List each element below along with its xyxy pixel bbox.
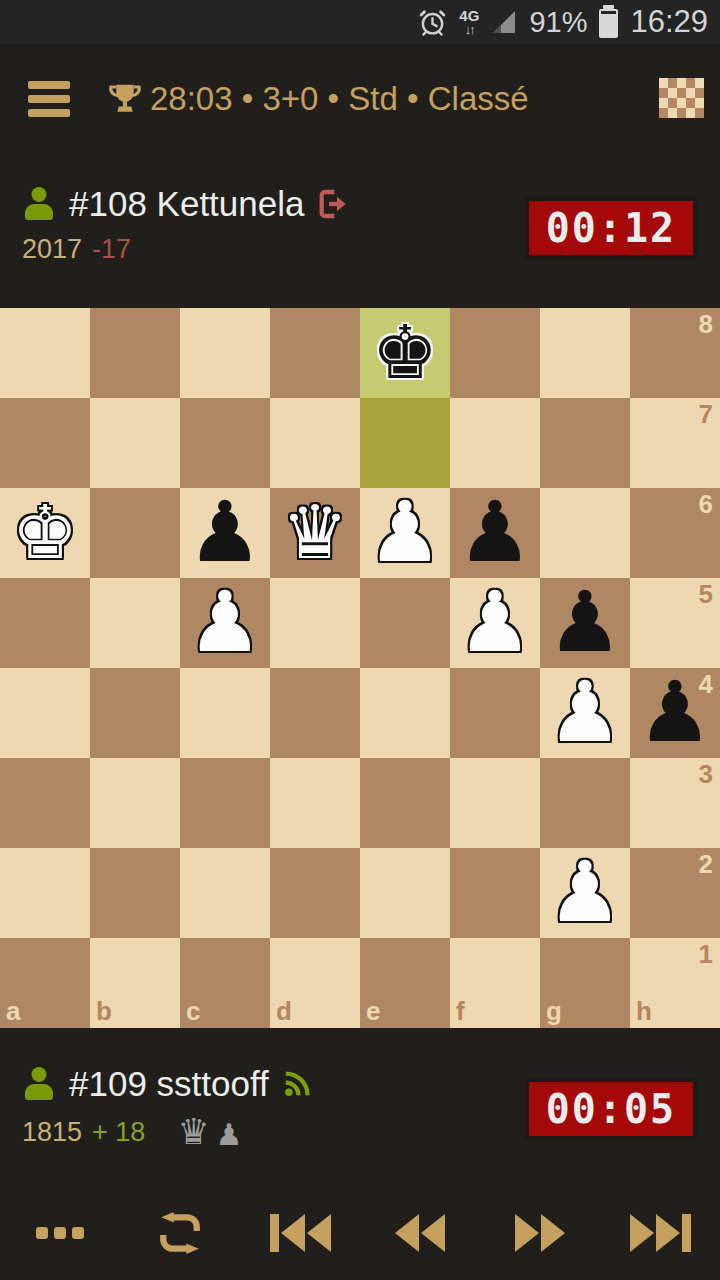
file-label-c: c <box>186 996 200 1027</box>
square-d7[interactable] <box>270 398 360 488</box>
square-b3[interactable] <box>90 758 180 848</box>
piece-black-pawn: ♟ <box>180 488 270 578</box>
file-label-e: e <box>366 996 380 1027</box>
next-move-icon <box>515 1214 539 1252</box>
player-rating-bottom: 1815 <box>22 1117 82 1148</box>
square-e5[interactable] <box>360 578 450 668</box>
flip-board-button[interactable] <box>120 1185 240 1280</box>
previous-move-button[interactable] <box>360 1185 480 1280</box>
square-f4[interactable] <box>450 668 540 758</box>
piece-white-pawn: ♟ <box>540 848 630 938</box>
flip-board-icon <box>157 1212 203 1254</box>
square-c3[interactable] <box>180 758 270 848</box>
app-header: 28:03 • 3+0 • Std • Classé <box>0 44 720 154</box>
square-h3[interactable]: 3 <box>630 758 720 848</box>
square-e8[interactable]: ♚ <box>360 308 450 398</box>
square-b6[interactable] <box>90 488 180 578</box>
square-d8[interactable] <box>270 308 360 398</box>
first-move-button[interactable] <box>240 1185 360 1280</box>
square-f3[interactable] <box>450 758 540 848</box>
battery-icon <box>599 9 618 38</box>
player-avatar-icon <box>22 187 56 221</box>
player-left-icon <box>317 188 349 220</box>
square-g4[interactable]: ♟ <box>540 668 630 758</box>
square-h8[interactable]: 8 <box>630 308 720 398</box>
piece-white-pawn: ♟ <box>180 578 270 668</box>
square-h7[interactable]: 7 <box>630 398 720 488</box>
piece-black-pawn: ♟ <box>450 488 540 578</box>
square-f7[interactable] <box>450 398 540 488</box>
square-a1[interactable]: a <box>0 938 90 1028</box>
square-b7[interactable] <box>90 398 180 488</box>
square-c6[interactable]: ♟ <box>180 488 270 578</box>
first-move-icon <box>270 1214 279 1252</box>
square-a3[interactable] <box>0 758 90 848</box>
square-g6[interactable] <box>540 488 630 578</box>
square-g3[interactable] <box>540 758 630 848</box>
captured-pieces: ♛♟ <box>177 1114 242 1150</box>
square-g7[interactable] <box>540 398 630 488</box>
square-a8[interactable] <box>0 308 90 398</box>
player-clock-bottom: 00:05 <box>525 1078 697 1140</box>
menu-dots-button[interactable] <box>0 1185 120 1280</box>
piece-white-pawn: ♟ <box>360 488 450 578</box>
rating-change-top: -17 <box>92 234 131 265</box>
file-label-h: h <box>636 996 652 1027</box>
square-h6[interactable]: 6 <box>630 488 720 578</box>
piece-black-king: ♚ <box>360 308 450 398</box>
square-a6[interactable]: ♚ <box>0 488 90 578</box>
square-h4[interactable]: ♟4 <box>630 668 720 758</box>
player-clock-top: 00:12 <box>525 197 697 259</box>
square-c5[interactable]: ♟ <box>180 578 270 668</box>
status-bar: 4G ↓↑ 91% 16:29 <box>0 0 720 44</box>
rank-label-5: 5 <box>699 579 713 610</box>
square-c4[interactable] <box>180 668 270 758</box>
file-label-b: b <box>96 996 112 1027</box>
square-d4[interactable] <box>270 668 360 758</box>
last-move-button[interactable] <box>600 1185 720 1280</box>
square-d3[interactable] <box>270 758 360 848</box>
square-b5[interactable] <box>90 578 180 668</box>
rank-label-4: 4 <box>699 669 713 700</box>
mini-board-icon[interactable] <box>659 78 704 118</box>
square-e4[interactable] <box>360 668 450 758</box>
game-info-text: 28:03 • 3+0 • Std • Classé <box>150 80 529 118</box>
square-g1[interactable]: g <box>540 938 630 1028</box>
square-b2[interactable] <box>90 848 180 938</box>
square-h2[interactable]: 2 <box>630 848 720 938</box>
trophy-icon <box>106 80 144 118</box>
battery-percent-label: 91% <box>529 6 587 39</box>
chess-board: ♚87♚♟♛♟♟6♟♟♟5♟♟43♟2abcdefgh1 <box>0 308 720 1028</box>
square-d6[interactable]: ♛ <box>270 488 360 578</box>
square-d5[interactable] <box>270 578 360 668</box>
square-b4[interactable] <box>90 668 180 758</box>
network-arrows: ↓↑ <box>465 23 474 36</box>
network-4g-icon: 4G ↓↑ <box>459 8 479 36</box>
square-d2[interactable] <box>270 848 360 938</box>
rank-label-2: 2 <box>699 849 713 880</box>
square-g5[interactable]: ♟ <box>540 578 630 668</box>
square-f5[interactable]: ♟ <box>450 578 540 668</box>
square-a4[interactable] <box>0 668 90 758</box>
player-name-bottom[interactable]: #109 ssttooff <box>69 1064 269 1104</box>
captured-queen-icon: ♛ <box>177 1114 209 1150</box>
square-c8[interactable] <box>180 308 270 398</box>
square-d1[interactable]: d <box>270 938 360 1028</box>
square-a5[interactable] <box>0 578 90 668</box>
square-b8[interactable] <box>90 308 180 398</box>
square-g8[interactable] <box>540 308 630 398</box>
square-a7[interactable] <box>0 398 90 488</box>
file-label-a: a <box>6 996 20 1027</box>
square-e3[interactable] <box>360 758 450 848</box>
square-e7[interactable] <box>360 398 450 488</box>
rank-label-7: 7 <box>699 399 713 430</box>
piece-white-king: ♚ <box>0 488 90 578</box>
square-h1[interactable]: h1 <box>630 938 720 1028</box>
rank-label-1: 1 <box>699 939 713 970</box>
piece-white-pawn: ♟ <box>450 578 540 668</box>
hamburger-menu-icon[interactable] <box>28 81 70 117</box>
square-e1[interactable]: e <box>360 938 450 1028</box>
signal-strength-icon <box>491 9 517 35</box>
square-f8[interactable] <box>450 308 540 398</box>
player-rating-top: 2017 <box>22 234 82 265</box>
last-move-icon <box>630 1214 654 1252</box>
player-name-top[interactable]: #108 Kettunela <box>69 184 304 224</box>
rating-change-bottom: + 18 <box>92 1117 145 1148</box>
menu-dots-icon <box>36 1227 84 1239</box>
lichess-game-screen: { "game": "chess", "position": { "fen": … <box>0 0 720 1280</box>
square-a2[interactable] <box>0 848 90 938</box>
rank-label-3: 3 <box>699 759 713 790</box>
player-card-top: #108 Kettunela 2017 -17 00:12 <box>0 154 720 308</box>
piece-black-pawn: ♟ <box>540 578 630 668</box>
square-c1[interactable]: c <box>180 938 270 1028</box>
square-b1[interactable]: b <box>90 938 180 1028</box>
square-h5[interactable]: 5 <box>630 578 720 668</box>
file-label-g: g <box>546 996 562 1027</box>
status-time: 16:29 <box>630 4 708 40</box>
square-c7[interactable] <box>180 398 270 488</box>
square-e2[interactable] <box>360 848 450 938</box>
alarm-icon <box>418 8 447 37</box>
captured-pawn-icon: ♟ <box>216 1120 243 1150</box>
previous-move-icon <box>395 1214 419 1252</box>
file-label-d: d <box>276 996 292 1027</box>
square-g2[interactable]: ♟ <box>540 848 630 938</box>
bottom-toolbar <box>0 1185 720 1280</box>
piece-white-queen: ♛ <box>270 488 360 578</box>
piece-white-pawn: ♟ <box>540 668 630 758</box>
square-f1[interactable]: f <box>450 938 540 1028</box>
square-e6[interactable]: ♟ <box>360 488 450 578</box>
rank-label-8: 8 <box>699 309 713 340</box>
player-avatar-icon <box>22 1067 56 1101</box>
player-card-bottom: #109 ssttooff 1815 + 18 ♛♟ 00:05 <box>0 1028 720 1185</box>
broadcast-icon <box>282 1069 312 1099</box>
network-type-label: 4G <box>459 8 479 23</box>
square-c2[interactable] <box>180 848 270 938</box>
rank-label-6: 6 <box>699 489 713 520</box>
square-f2[interactable] <box>450 848 540 938</box>
square-f6[interactable]: ♟ <box>450 488 540 578</box>
next-move-button[interactable] <box>480 1185 600 1280</box>
file-label-f: f <box>456 996 465 1027</box>
game-info-title: 28:03 • 3+0 • Std • Classé <box>106 80 529 118</box>
